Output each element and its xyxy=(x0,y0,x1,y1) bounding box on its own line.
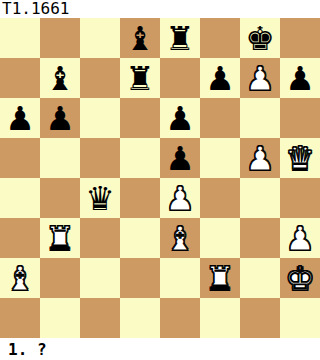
square-h7[interactable]: ♟ xyxy=(280,58,320,98)
square-a5[interactable] xyxy=(0,138,40,178)
black-queen-piece: ♛ xyxy=(85,182,115,215)
square-b6[interactable]: ♟ xyxy=(40,98,80,138)
square-a8[interactable] xyxy=(0,18,40,58)
square-e8[interactable]: ♜ xyxy=(160,18,200,58)
square-d5[interactable] xyxy=(120,138,160,178)
white-rook-piece: ♜ xyxy=(45,222,75,255)
square-f4[interactable] xyxy=(200,178,240,218)
square-h1[interactable] xyxy=(280,298,320,338)
square-b8[interactable] xyxy=(40,18,80,58)
square-a7[interactable] xyxy=(0,58,40,98)
black-pawn-piece: ♟ xyxy=(165,142,195,175)
square-e2[interactable] xyxy=(160,258,200,298)
black-pawn-piece: ♟ xyxy=(45,102,75,135)
white-rook-piece: ♜ xyxy=(205,262,235,295)
square-c2[interactable] xyxy=(80,258,120,298)
square-e4[interactable]: ♟ xyxy=(160,178,200,218)
square-g4[interactable] xyxy=(240,178,280,218)
square-b3[interactable]: ♜ xyxy=(40,218,80,258)
white-bishop-piece: ♝ xyxy=(5,262,35,295)
square-e6[interactable]: ♟ xyxy=(160,98,200,138)
square-g6[interactable] xyxy=(240,98,280,138)
puzzle-id: T1.1661 xyxy=(0,0,320,18)
square-d2[interactable] xyxy=(120,258,160,298)
square-e7[interactable] xyxy=(160,58,200,98)
square-b5[interactable] xyxy=(40,138,80,178)
square-f1[interactable] xyxy=(200,298,240,338)
black-king-piece: ♚ xyxy=(245,22,275,55)
square-a1[interactable] xyxy=(0,298,40,338)
black-rook-piece: ♜ xyxy=(165,22,195,55)
white-king-piece: ♚ xyxy=(285,262,315,295)
square-d7[interactable]: ♜ xyxy=(120,58,160,98)
square-e5[interactable]: ♟ xyxy=(160,138,200,178)
square-h3[interactable]: ♟ xyxy=(280,218,320,258)
black-bishop-piece: ♝ xyxy=(45,62,75,95)
square-g7[interactable]: ♟ xyxy=(240,58,280,98)
white-queen-piece: ♛ xyxy=(285,142,315,175)
square-d6[interactable] xyxy=(120,98,160,138)
square-h6[interactable] xyxy=(280,98,320,138)
square-f3[interactable] xyxy=(200,218,240,258)
square-a3[interactable] xyxy=(0,218,40,258)
square-a6[interactable]: ♟ xyxy=(0,98,40,138)
square-f8[interactable] xyxy=(200,18,240,58)
square-c4[interactable]: ♛ xyxy=(80,178,120,218)
square-b1[interactable] xyxy=(40,298,80,338)
square-h4[interactable] xyxy=(280,178,320,218)
square-a4[interactable] xyxy=(0,178,40,218)
square-d3[interactable] xyxy=(120,218,160,258)
square-d8[interactable]: ♝ xyxy=(120,18,160,58)
square-g1[interactable] xyxy=(240,298,280,338)
square-g5[interactable]: ♟ xyxy=(240,138,280,178)
chess-board: ♝♜♚♝♜♟♟♟♟♟♟♟♟♛♛♟♜♝♟♝♜♚ xyxy=(0,18,320,338)
square-f6[interactable] xyxy=(200,98,240,138)
square-d4[interactable] xyxy=(120,178,160,218)
black-pawn-piece: ♟ xyxy=(5,102,35,135)
square-d1[interactable] xyxy=(120,298,160,338)
square-f2[interactable]: ♜ xyxy=(200,258,240,298)
square-b7[interactable]: ♝ xyxy=(40,58,80,98)
square-h2[interactable]: ♚ xyxy=(280,258,320,298)
square-c1[interactable] xyxy=(80,298,120,338)
square-a2[interactable]: ♝ xyxy=(0,258,40,298)
square-h8[interactable] xyxy=(280,18,320,58)
square-f7[interactable]: ♟ xyxy=(200,58,240,98)
black-pawn-piece: ♟ xyxy=(165,102,195,135)
white-bishop-piece: ♝ xyxy=(165,222,195,255)
black-bishop-piece: ♝ xyxy=(125,22,155,55)
square-b4[interactable] xyxy=(40,178,80,218)
square-f5[interactable] xyxy=(200,138,240,178)
white-pawn-piece: ♟ xyxy=(245,142,275,175)
square-g2[interactable] xyxy=(240,258,280,298)
square-c6[interactable] xyxy=(80,98,120,138)
square-c5[interactable] xyxy=(80,138,120,178)
white-pawn-piece: ♟ xyxy=(165,182,195,215)
square-g3[interactable] xyxy=(240,218,280,258)
white-pawn-piece: ♟ xyxy=(285,222,315,255)
black-pawn-piece: ♟ xyxy=(285,62,315,95)
square-g8[interactable]: ♚ xyxy=(240,18,280,58)
square-c3[interactable] xyxy=(80,218,120,258)
black-rook-piece: ♜ xyxy=(125,62,155,95)
square-e1[interactable] xyxy=(160,298,200,338)
square-e3[interactable]: ♝ xyxy=(160,218,200,258)
square-c7[interactable] xyxy=(80,58,120,98)
white-pawn-piece: ♟ xyxy=(245,62,275,95)
square-c8[interactable] xyxy=(80,18,120,58)
black-pawn-piece: ♟ xyxy=(205,62,235,95)
chess-puzzle-app: T1.1661 ♝♜♚♝♜♟♟♟♟♟♟♟♟♛♛♟♜♝♟♝♜♚ 1. ? xyxy=(0,0,320,360)
square-h5[interactable]: ♛ xyxy=(280,138,320,178)
move-prompt: 1. ? xyxy=(0,338,320,360)
square-b2[interactable] xyxy=(40,258,80,298)
